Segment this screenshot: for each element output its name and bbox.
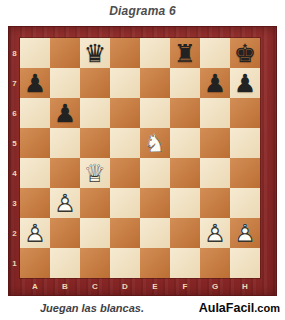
square-a7[interactable]: ♟ — [20, 68, 50, 98]
piece-glyph: ♟ — [200, 68, 230, 98]
board: ♛♜♚♟♟♟♟♞♘♛♕♟♙♟♙♟♙♟♙ — [20, 38, 260, 278]
piece-white-pawn[interactable]: ♟♙ — [20, 218, 50, 248]
file-label-f: F — [170, 278, 200, 295]
square-h7[interactable]: ♟ — [230, 68, 260, 98]
square-a4[interactable] — [20, 158, 50, 188]
square-h5[interactable] — [230, 128, 260, 158]
site-branding: AulaFacil.com — [199, 301, 280, 315]
square-h2[interactable]: ♟♙ — [230, 218, 260, 248]
square-g1[interactable] — [200, 248, 230, 278]
square-c5[interactable] — [80, 128, 110, 158]
file-label-c: C — [80, 278, 110, 295]
square-g2[interactable]: ♟♙ — [200, 218, 230, 248]
site-branding-tld: .com — [254, 302, 280, 314]
square-d6[interactable] — [110, 98, 140, 128]
square-c2[interactable] — [80, 218, 110, 248]
rank-label-5: 5 — [9, 128, 20, 158]
square-e4[interactable] — [140, 158, 170, 188]
square-c3[interactable] — [80, 188, 110, 218]
piece-outline-layer: ♙ — [20, 218, 50, 248]
square-g3[interactable] — [200, 188, 230, 218]
square-a3[interactable] — [20, 188, 50, 218]
rank-label-7: 7 — [9, 68, 20, 98]
square-b4[interactable] — [50, 158, 80, 188]
square-e7[interactable] — [140, 68, 170, 98]
file-label-g: G — [200, 278, 230, 295]
piece-glyph: ♟ — [20, 68, 50, 98]
square-f6[interactable] — [170, 98, 200, 128]
site-branding-name: AulaFacil — [199, 301, 255, 315]
square-h3[interactable] — [230, 188, 260, 218]
square-h4[interactable] — [230, 158, 260, 188]
piece-outline-layer: ♙ — [200, 218, 230, 248]
file-label-d: D — [110, 278, 140, 295]
piece-white-knight[interactable]: ♞♘ — [140, 128, 170, 158]
rank-labels: 87654321 — [9, 38, 20, 278]
file-label-h: H — [230, 278, 260, 295]
square-c1[interactable] — [80, 248, 110, 278]
square-e6[interactable] — [140, 98, 170, 128]
square-h1[interactable] — [230, 248, 260, 278]
square-b3[interactable]: ♟♙ — [50, 188, 80, 218]
square-f4[interactable] — [170, 158, 200, 188]
square-b7[interactable] — [50, 68, 80, 98]
piece-glyph: ♟ — [50, 98, 80, 128]
square-b8[interactable] — [50, 38, 80, 68]
piece-black-rook[interactable]: ♜ — [170, 38, 200, 68]
file-label-e: E — [140, 278, 170, 295]
square-b5[interactable] — [50, 128, 80, 158]
square-c8[interactable]: ♛ — [80, 38, 110, 68]
square-g5[interactable] — [200, 128, 230, 158]
square-d4[interactable] — [110, 158, 140, 188]
square-c6[interactable] — [80, 98, 110, 128]
square-h8[interactable]: ♚ — [230, 38, 260, 68]
square-h6[interactable] — [230, 98, 260, 128]
square-d3[interactable] — [110, 188, 140, 218]
square-c4[interactable]: ♛♕ — [80, 158, 110, 188]
piece-glyph: ♟ — [230, 68, 260, 98]
piece-black-king[interactable]: ♚ — [230, 38, 260, 68]
square-g8[interactable] — [200, 38, 230, 68]
square-f5[interactable] — [170, 128, 200, 158]
square-g7[interactable]: ♟ — [200, 68, 230, 98]
square-f2[interactable] — [170, 218, 200, 248]
square-f8[interactable]: ♜ — [170, 38, 200, 68]
square-e5[interactable]: ♞♘ — [140, 128, 170, 158]
diagram-title: Diagrama 6 — [0, 4, 285, 18]
square-d7[interactable] — [110, 68, 140, 98]
piece-glyph: ♚ — [230, 38, 260, 68]
rank-label-3: 3 — [9, 188, 20, 218]
rank-label-6: 6 — [9, 98, 20, 128]
file-label-b: B — [50, 278, 80, 295]
rank-label-8: 8 — [9, 38, 20, 68]
piece-glyph: ♛ — [80, 38, 110, 68]
square-f1[interactable] — [170, 248, 200, 278]
piece-white-pawn[interactable]: ♟♙ — [230, 218, 260, 248]
square-f3[interactable] — [170, 188, 200, 218]
square-d8[interactable] — [110, 38, 140, 68]
square-b2[interactable] — [50, 218, 80, 248]
caption-row: Juegan las blancas. AulaFacil.com — [0, 299, 285, 317]
square-b6[interactable]: ♟ — [50, 98, 80, 128]
piece-outline-layer: ♕ — [80, 158, 110, 188]
square-a6[interactable] — [20, 98, 50, 128]
square-g6[interactable] — [200, 98, 230, 128]
piece-white-pawn[interactable]: ♟♙ — [200, 218, 230, 248]
square-e8[interactable] — [140, 38, 170, 68]
piece-black-pawn[interactable]: ♟ — [50, 98, 80, 128]
square-e1[interactable] — [140, 248, 170, 278]
piece-black-queen[interactable]: ♛ — [80, 38, 110, 68]
square-a1[interactable] — [20, 248, 50, 278]
board-frame: 87654321 ♛♜♚♟♟♟♟♞♘♛♕♟♙♟♙♟♙♟♙ ABCDEFGH — [8, 26, 277, 296]
square-e2[interactable] — [140, 218, 170, 248]
square-e3[interactable] — [140, 188, 170, 218]
square-d5[interactable] — [110, 128, 140, 158]
file-label-a: A — [20, 278, 50, 295]
square-c7[interactable] — [80, 68, 110, 98]
square-f7[interactable] — [170, 68, 200, 98]
piece-outline-layer: ♘ — [140, 128, 170, 158]
piece-white-pawn[interactable]: ♟♙ — [50, 188, 80, 218]
rank-label-4: 4 — [9, 158, 20, 188]
piece-outline-layer: ♙ — [50, 188, 80, 218]
square-d2[interactable] — [110, 218, 140, 248]
square-a2[interactable]: ♟♙ — [20, 218, 50, 248]
square-b1[interactable] — [50, 248, 80, 278]
piece-black-pawn[interactable]: ♟ — [20, 68, 50, 98]
piece-black-pawn[interactable]: ♟ — [200, 68, 230, 98]
square-g4[interactable] — [200, 158, 230, 188]
move-indicator-caption: Juegan las blancas. — [40, 302, 144, 314]
piece-white-queen[interactable]: ♛♕ — [80, 158, 110, 188]
square-d1[interactable] — [110, 248, 140, 278]
rank-label-1: 1 — [9, 248, 20, 278]
file-labels: ABCDEFGH — [20, 278, 260, 295]
rank-label-2: 2 — [9, 218, 20, 248]
piece-glyph: ♜ — [170, 38, 200, 68]
square-a5[interactable] — [20, 128, 50, 158]
piece-outline-layer: ♙ — [230, 218, 260, 248]
square-a8[interactable] — [20, 38, 50, 68]
piece-black-pawn[interactable]: ♟ — [230, 68, 260, 98]
